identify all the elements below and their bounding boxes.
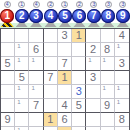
digit-counts-row: 414212333 — [0, 0, 130, 8]
cell-r3c1[interactable]: 5 — [1, 57, 15, 71]
cell-r7c3[interactable] — [29, 113, 43, 127]
given-digit: 6 — [58, 113, 71, 126]
cell-r2c8[interactable]: 8 — [101, 43, 115, 57]
given-digit: 1 — [72, 29, 85, 42]
cell-r8c9[interactable] — [115, 127, 129, 130]
cell-r4c1[interactable] — [1, 71, 15, 85]
pencil-mark: 1 — [31, 85, 34, 91]
digit-count-1: 4 — [4, 1, 11, 8]
given-digit: 8 — [115, 113, 129, 126]
digit-count-9: 3 — [119, 1, 126, 8]
digit-button-8[interactable]: 8 — [101, 9, 115, 23]
cell-r6c6[interactable]: 5 — [72, 99, 86, 113]
cell-r3c9[interactable]: 3 — [115, 57, 129, 71]
pencil-mark: 1 — [117, 85, 120, 91]
cell-r2c4[interactable] — [44, 43, 58, 57]
cell-r5c3[interactable]: 1 — [29, 85, 43, 99]
cell-r2c3[interactable]: 6 — [29, 43, 43, 57]
pencil-mark: 1 — [17, 43, 20, 49]
cell-r8c8[interactable] — [101, 127, 115, 130]
cell-r6c5[interactable]: 4 — [58, 99, 72, 113]
given-digit: 4 — [58, 99, 71, 112]
pencil-mark: 1 — [17, 99, 20, 105]
cell-r4c4[interactable]: 7 — [44, 71, 58, 85]
cell-r5c2[interactable]: 1 — [15, 85, 29, 99]
cell-r8c5[interactable] — [58, 127, 72, 130]
given-digit: 7 — [58, 57, 71, 70]
cell-r4c6[interactable] — [72, 71, 86, 85]
digit-count-3: 4 — [33, 1, 40, 8]
given-digit: 1 — [58, 71, 71, 84]
cell-r8c4[interactable] — [44, 127, 58, 130]
digit-button-9[interactable]: 9 — [116, 9, 130, 23]
pencil-mark: 1 — [103, 85, 106, 91]
digit-button-7[interactable]: 7 — [87, 9, 101, 23]
given-digit: 3 — [115, 57, 129, 70]
cell-r3c7[interactable]: 1 — [86, 57, 100, 71]
cell-r2c6[interactable] — [72, 43, 86, 57]
cell-r5c6[interactable]: 3 — [72, 85, 86, 99]
cell-r1c3[interactable] — [29, 29, 43, 43]
cell-r6c9[interactable]: 1 — [115, 99, 129, 113]
cell-r3c6[interactable] — [72, 57, 86, 71]
cell-r6c1[interactable] — [1, 99, 15, 113]
cell-r7c5[interactable]: 6 — [58, 113, 72, 127]
cell-r1c9[interactable]: 4 — [115, 29, 129, 43]
cell-r2c9[interactable]: 1 — [115, 43, 129, 57]
cell-r1c5[interactable]: 3 — [58, 29, 72, 43]
pencil-mark: 1 — [117, 43, 120, 49]
digit-count-2: 1 — [18, 1, 25, 8]
cell-r7c6[interactable] — [72, 113, 86, 127]
pencil-mark: 1 — [103, 57, 106, 63]
given-digit: 8 — [101, 43, 114, 56]
digit-button-6[interactable]: 6 — [72, 9, 86, 23]
cell-r3c5[interactable]: 7 — [58, 57, 72, 71]
given-digit: 9 — [101, 99, 114, 112]
digit-count-8: 3 — [105, 1, 112, 8]
digit-count-5: 1 — [61, 1, 68, 8]
cell-r4c9[interactable] — [115, 71, 129, 85]
cell-r5c7[interactable] — [86, 85, 100, 99]
digit-count-7: 3 — [90, 1, 97, 8]
given-digit: 7 — [44, 71, 57, 84]
pencil-mark: 1 — [17, 85, 20, 91]
cell-r2c5[interactable] — [58, 43, 72, 57]
given-digit: 9 — [1, 113, 14, 126]
given-digit: 1 — [44, 113, 57, 126]
pencil-mark: 1 — [17, 57, 20, 63]
cell-r4c2[interactable]: 5 — [15, 71, 29, 85]
digit-toolbar: 414212333 123456789 — [0, 0, 130, 28]
pencil-mark: 1 — [31, 57, 34, 63]
cell-r4c3[interactable] — [29, 71, 43, 85]
cell-r1c1[interactable] — [1, 29, 15, 43]
digit-button-1[interactable]: 1 — [0, 9, 14, 23]
cell-r8c2[interactable]: 1 — [15, 127, 29, 130]
cell-r8c1[interactable] — [1, 127, 15, 130]
cell-r6c7[interactable] — [86, 99, 100, 113]
given-digit: 6 — [29, 43, 42, 56]
cell-r4c8[interactable] — [101, 71, 115, 85]
given-digit: 7 — [29, 99, 42, 112]
pencil-mark: 1 — [17, 127, 20, 130]
cell-r7c1[interactable]: 9 — [1, 113, 15, 127]
given-digit: 2 — [86, 43, 99, 56]
digit-buttons-row: 123456789 — [0, 8, 130, 23]
cell-r2c2[interactable]: 1 — [15, 43, 29, 57]
given-digit: 5 — [15, 71, 28, 84]
cell-r7c9[interactable]: 8 — [115, 113, 129, 127]
cell-r5c5[interactable] — [58, 85, 72, 99]
cell-r6c4[interactable] — [44, 99, 58, 113]
cell-r8c3[interactable] — [29, 127, 43, 130]
digit-count-4: 2 — [47, 1, 54, 8]
digit-button-3[interactable]: 3 — [29, 9, 43, 23]
pencil-mark: 1 — [117, 99, 120, 105]
given-digit: 5 — [72, 99, 85, 112]
user-digit: 3 — [72, 85, 85, 98]
cell-r6c8[interactable]: 9 — [101, 99, 115, 113]
cell-r3c8[interactable]: 1 — [101, 57, 115, 71]
cell-r5c4[interactable] — [44, 85, 58, 99]
selection-tray — [0, 23, 130, 28]
cell-r7c8[interactable] — [101, 113, 115, 127]
cell-r2c7[interactable]: 2 — [86, 43, 100, 57]
cell-r7c4[interactable]: 1 — [44, 113, 58, 127]
given-digit: 5 — [1, 57, 14, 70]
cell-r3c4[interactable] — [44, 57, 58, 71]
digit-button-2[interactable]: 2 — [15, 9, 29, 23]
cell-r1c4[interactable] — [44, 29, 58, 43]
pencil-mark: 1 — [88, 57, 91, 63]
cell-r6c3[interactable]: 7 — [29, 99, 43, 113]
cell-r7c7[interactable] — [86, 113, 100, 127]
cell-r3c2[interactable]: 1 — [15, 57, 29, 71]
digit-button-4[interactable]: 4 — [44, 9, 58, 23]
cell-r1c7[interactable] — [86, 29, 100, 43]
cell-r1c8[interactable] — [101, 29, 115, 43]
cell-r1c6[interactable]: 1 — [72, 29, 86, 43]
given-digit: 3 — [86, 71, 99, 84]
cell-r3c3[interactable]: 1 — [29, 57, 43, 71]
given-digit: 3 — [58, 29, 71, 42]
cell-r5c8[interactable]: 1 — [101, 85, 115, 99]
digit-count-6: 2 — [76, 1, 83, 8]
given-digit: 4 — [115, 29, 129, 42]
cell-r4c5[interactable]: 1 — [58, 71, 72, 85]
cell-r5c9[interactable]: 1 — [115, 85, 129, 99]
cell-r5c1[interactable] — [1, 85, 15, 99]
digit-button-5[interactable]: 5 — [58, 9, 72, 23]
cell-r4c7[interactable]: 3 — [86, 71, 100, 85]
sudoku-grid: 31416281511711357131131117459191681 — [0, 28, 130, 130]
cell-r8c6[interactable] — [72, 127, 86, 130]
cell-r6c2[interactable]: 1 — [15, 99, 29, 113]
cell-r1c2[interactable] — [15, 29, 29, 43]
cell-r7c2[interactable] — [15, 113, 29, 127]
cell-r2c1[interactable] — [1, 43, 15, 57]
cell-r8c7[interactable] — [86, 127, 100, 130]
